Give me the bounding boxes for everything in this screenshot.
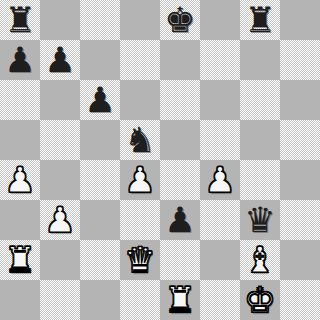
square-h8[interactable] <box>280 0 320 40</box>
square-b4[interactable] <box>40 160 80 200</box>
piece-white-pawn[interactable]: ♟ <box>40 200 80 240</box>
square-d6[interactable] <box>120 80 160 120</box>
chess-board: ♜♚♜♟♟♟♞♟♟♟♟♟♛♜♛♝♜♚ <box>0 0 320 320</box>
square-h1[interactable] <box>280 280 320 320</box>
piece-white-king[interactable]: ♚ <box>240 280 280 320</box>
piece-black-queen[interactable]: ♛ <box>240 200 280 240</box>
square-b7[interactable]: ♟ <box>40 40 80 80</box>
square-g8[interactable]: ♜ <box>240 0 280 40</box>
piece-white-rook[interactable]: ♜ <box>160 280 200 320</box>
square-h2[interactable] <box>280 240 320 280</box>
square-c5[interactable] <box>80 120 120 160</box>
square-a4[interactable]: ♟ <box>0 160 40 200</box>
piece-black-rook[interactable]: ♜ <box>0 0 40 40</box>
square-f7[interactable] <box>200 40 240 80</box>
square-b6[interactable] <box>40 80 80 120</box>
square-g1[interactable]: ♚ <box>240 280 280 320</box>
square-b1[interactable] <box>40 280 80 320</box>
square-e7[interactable] <box>160 40 200 80</box>
square-e1[interactable]: ♜ <box>160 280 200 320</box>
piece-white-pawn[interactable]: ♟ <box>0 160 40 200</box>
square-g2[interactable]: ♝ <box>240 240 280 280</box>
square-g6[interactable] <box>240 80 280 120</box>
square-c4[interactable] <box>80 160 120 200</box>
piece-white-bishop[interactable]: ♝ <box>240 240 280 280</box>
square-f6[interactable] <box>200 80 240 120</box>
square-d2[interactable]: ♛ <box>120 240 160 280</box>
square-f1[interactable] <box>200 280 240 320</box>
square-h5[interactable] <box>280 120 320 160</box>
square-c6[interactable]: ♟ <box>80 80 120 120</box>
piece-white-queen[interactable]: ♛ <box>120 240 160 280</box>
square-h4[interactable] <box>280 160 320 200</box>
square-d5[interactable]: ♞ <box>120 120 160 160</box>
square-d7[interactable] <box>120 40 160 80</box>
square-a7[interactable]: ♟ <box>0 40 40 80</box>
square-a3[interactable] <box>0 200 40 240</box>
piece-white-pawn[interactable]: ♟ <box>120 160 160 200</box>
square-e8[interactable]: ♚ <box>160 0 200 40</box>
square-a2[interactable]: ♜ <box>0 240 40 280</box>
square-a6[interactable] <box>0 80 40 120</box>
square-g5[interactable] <box>240 120 280 160</box>
square-b3[interactable]: ♟ <box>40 200 80 240</box>
piece-black-pawn[interactable]: ♟ <box>160 200 200 240</box>
square-b2[interactable] <box>40 240 80 280</box>
square-h7[interactable] <box>280 40 320 80</box>
piece-black-king[interactable]: ♚ <box>160 0 200 40</box>
square-f4[interactable]: ♟ <box>200 160 240 200</box>
square-e6[interactable] <box>160 80 200 120</box>
piece-black-rook[interactable]: ♜ <box>240 0 280 40</box>
piece-white-rook[interactable]: ♜ <box>0 240 40 280</box>
square-c3[interactable] <box>80 200 120 240</box>
square-f5[interactable] <box>200 120 240 160</box>
square-b5[interactable] <box>40 120 80 160</box>
square-d4[interactable]: ♟ <box>120 160 160 200</box>
square-a5[interactable] <box>0 120 40 160</box>
square-a1[interactable] <box>0 280 40 320</box>
piece-black-knight[interactable]: ♞ <box>120 120 160 160</box>
piece-black-pawn[interactable]: ♟ <box>80 80 120 120</box>
square-g3[interactable]: ♛ <box>240 200 280 240</box>
square-g7[interactable] <box>240 40 280 80</box>
piece-black-pawn[interactable]: ♟ <box>0 40 40 80</box>
square-a8[interactable]: ♜ <box>0 0 40 40</box>
square-f3[interactable] <box>200 200 240 240</box>
square-c7[interactable] <box>80 40 120 80</box>
square-h6[interactable] <box>280 80 320 120</box>
square-g4[interactable] <box>240 160 280 200</box>
square-f2[interactable] <box>200 240 240 280</box>
square-c8[interactable] <box>80 0 120 40</box>
square-d1[interactable] <box>120 280 160 320</box>
square-e4[interactable] <box>160 160 200 200</box>
piece-white-pawn[interactable]: ♟ <box>200 160 240 200</box>
square-e3[interactable]: ♟ <box>160 200 200 240</box>
piece-black-pawn[interactable]: ♟ <box>40 40 80 80</box>
square-c2[interactable] <box>80 240 120 280</box>
square-c1[interactable] <box>80 280 120 320</box>
square-e5[interactable] <box>160 120 200 160</box>
square-f8[interactable] <box>200 0 240 40</box>
square-b8[interactable] <box>40 0 80 40</box>
square-e2[interactable] <box>160 240 200 280</box>
square-h3[interactable] <box>280 200 320 240</box>
square-d8[interactable] <box>120 0 160 40</box>
square-d3[interactable] <box>120 200 160 240</box>
